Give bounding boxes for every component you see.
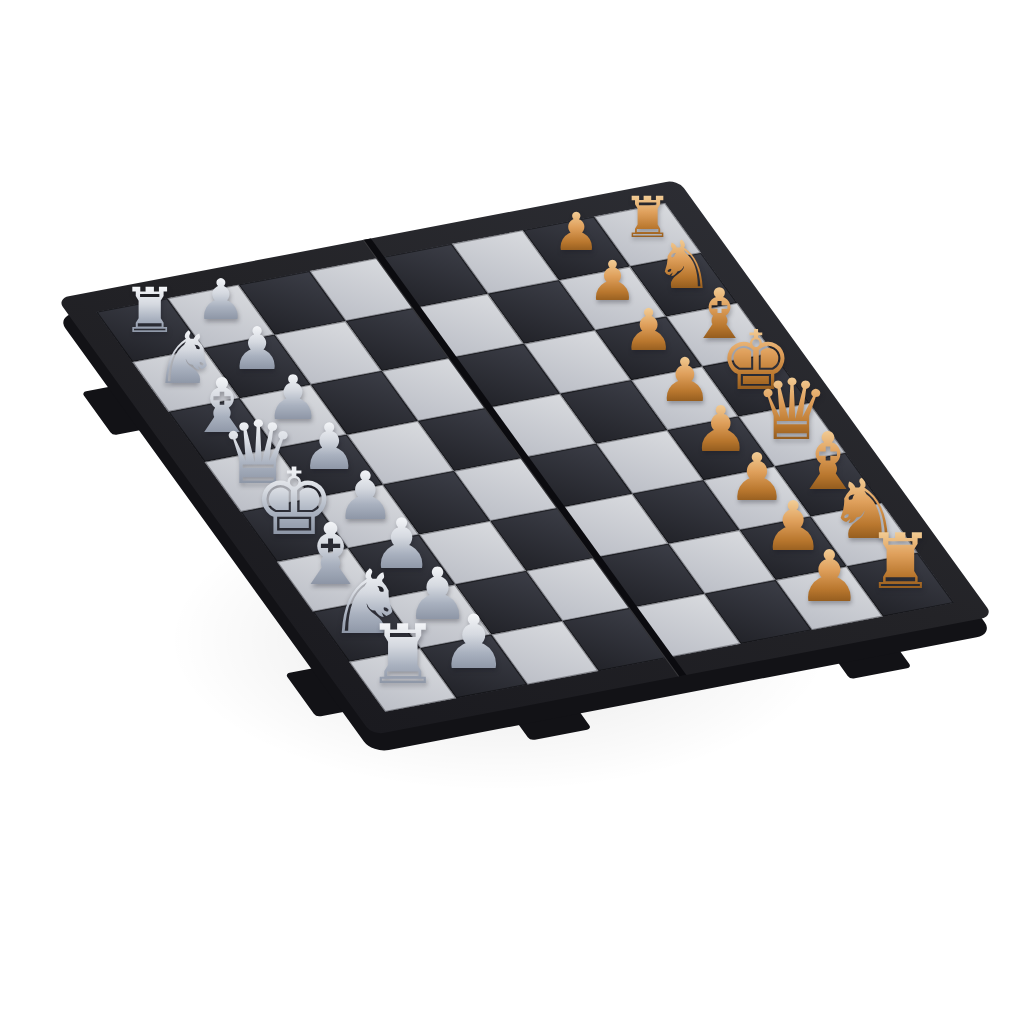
chess-set-product-photo: ♜♞♝♛♚♝♞♜♟♟♟♟♟♟♟♟♟♟♟♟♟♟♟♟♜♞♝♚♛♝♞♜ [0, 0, 1024, 1024]
